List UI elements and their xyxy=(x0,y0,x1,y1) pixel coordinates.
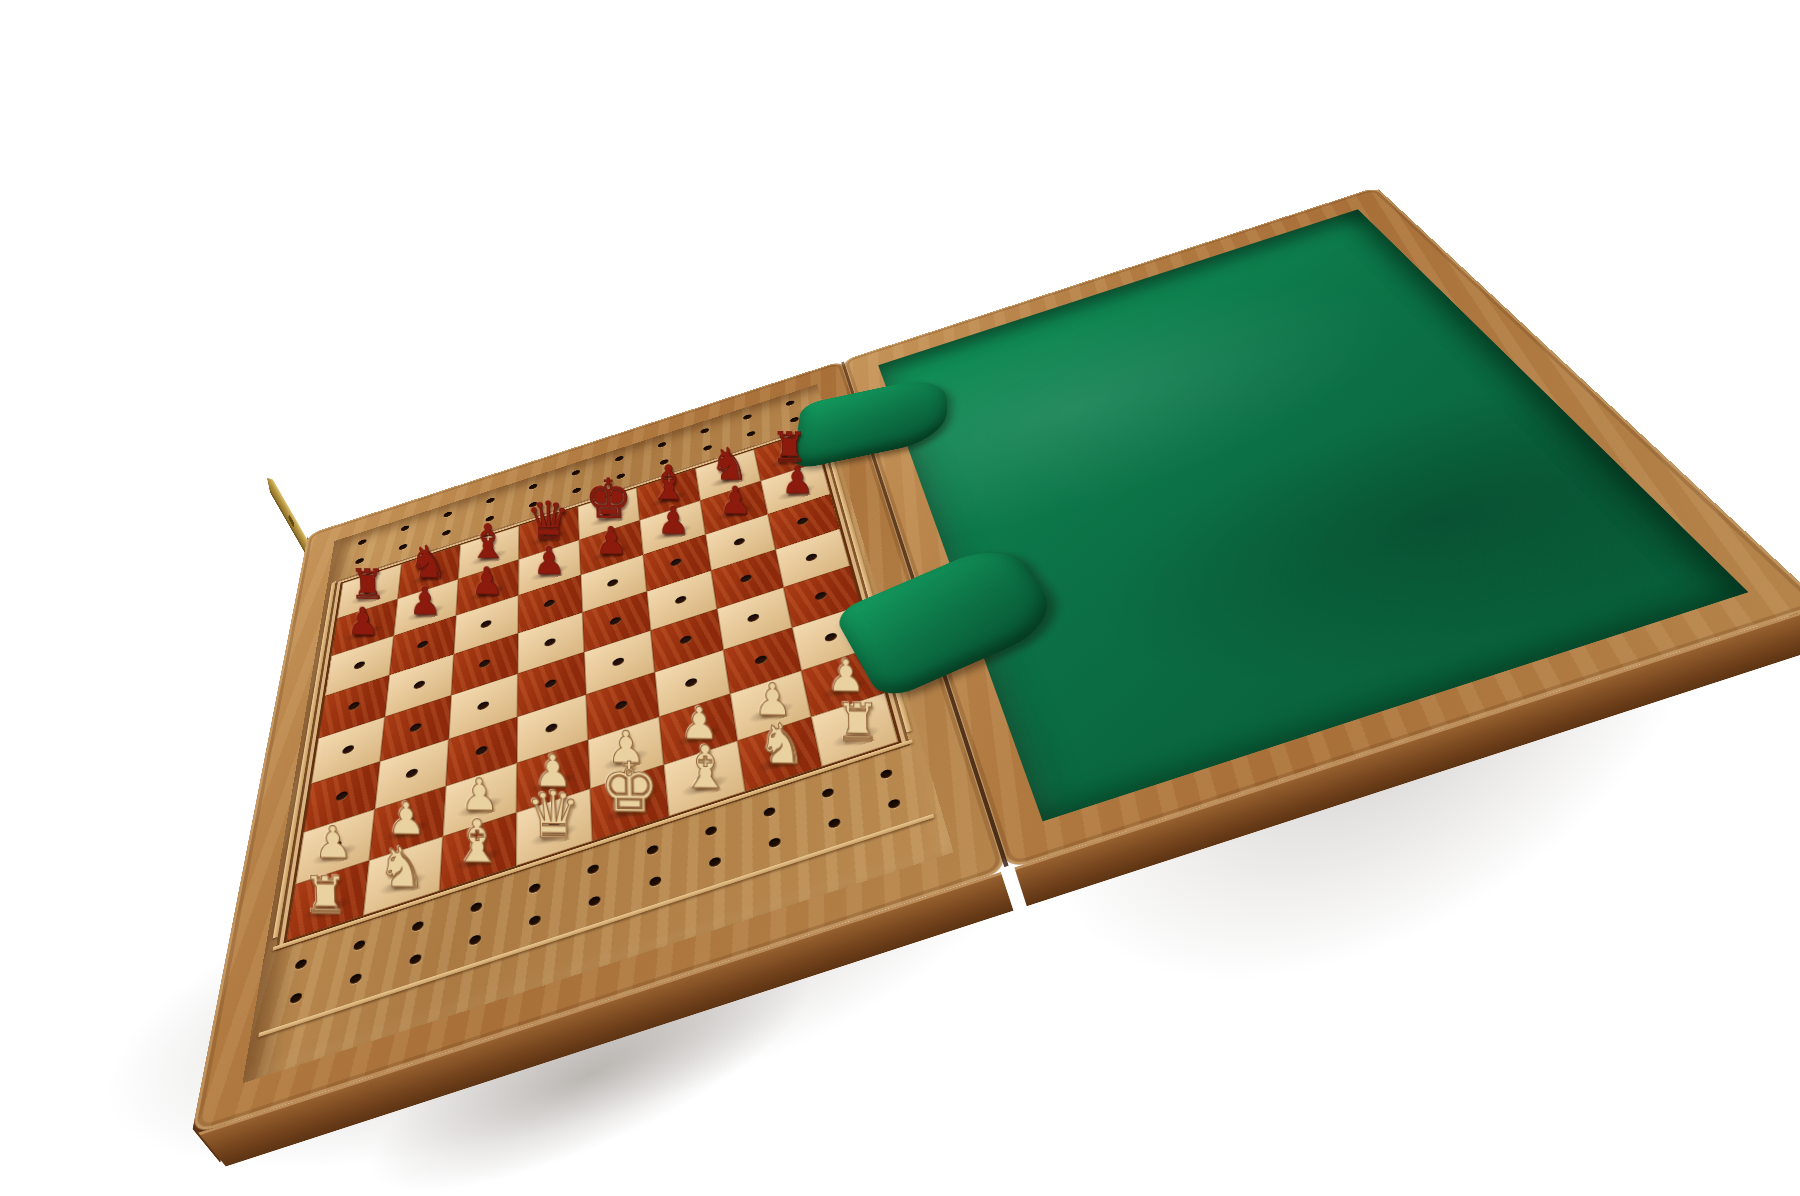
storage-peg-hole xyxy=(705,825,717,837)
piece-stand: ♟ xyxy=(701,443,768,520)
piece-red-pawn-e7[interactable]: ♟ xyxy=(595,524,628,559)
peg-hole xyxy=(680,635,692,646)
storage-peg-hole xyxy=(529,914,541,926)
peg-hole xyxy=(797,517,809,527)
peg-hole xyxy=(481,619,492,629)
piece-red-pawn-g7[interactable]: ♟ xyxy=(719,484,752,519)
piece-red-pawn-h7[interactable]: ♟ xyxy=(781,464,814,499)
piece-red-pawn-c7[interactable]: ♟ xyxy=(470,565,503,600)
piece-stand: ♞ xyxy=(360,802,443,895)
peg-hole xyxy=(342,744,355,755)
storage-peg-hole xyxy=(353,939,365,951)
square-h6[interactable] xyxy=(768,494,840,550)
storage-peg-hole xyxy=(880,768,893,779)
peg-hole xyxy=(747,613,760,624)
storage-peg-hole xyxy=(589,895,601,907)
peg-hole xyxy=(805,552,818,562)
storage-peg-hole xyxy=(290,992,303,1005)
square-h5[interactable] xyxy=(775,529,849,588)
storage-peg-hole xyxy=(588,863,600,875)
piece-white-bishop-c1[interactable]: ♝ xyxy=(451,815,504,870)
piece-stand: ♝ xyxy=(664,703,746,796)
piece-stand: ♟ xyxy=(329,564,397,640)
peg-hole xyxy=(610,616,622,626)
piece-stand: ♚ xyxy=(588,728,670,821)
peg-hole xyxy=(670,558,682,568)
piece-white-rook-a1[interactable]: ♜ xyxy=(302,870,349,919)
storage-peg-hole xyxy=(646,844,658,856)
storage-peg-hole xyxy=(412,920,424,932)
peg-hole xyxy=(545,637,556,647)
tray-field: ♜♞♝♛♚♝♞♜♟♟♟♟♟♟♟♟♟♟♟♟♟♟♟♟♜♞♝♛♚♝♞♜ xyxy=(242,384,953,1083)
piece-stand: ♟ xyxy=(515,503,582,579)
piece-stand: ♟ xyxy=(639,463,706,540)
storage-peg-hole xyxy=(410,953,422,966)
lid-green-velvet-lining xyxy=(878,209,1749,821)
piece-stand: ♜ xyxy=(816,653,898,746)
peg-hole xyxy=(733,537,745,547)
peg-hole xyxy=(544,599,555,609)
piece-stand: ♟ xyxy=(577,483,644,560)
piece-white-knight-b1[interactable]: ♞ xyxy=(377,843,427,895)
piece-stand: ♟ xyxy=(453,524,520,600)
storage-peg-hole xyxy=(708,856,721,868)
peg-hole xyxy=(740,574,752,584)
piece-white-rook-h1[interactable]: ♜ xyxy=(835,697,881,746)
piece-white-king-e1[interactable]: ♚ xyxy=(599,756,660,820)
piece-red-pawn-f7[interactable]: ♟ xyxy=(657,504,690,539)
piece-red-pawn-d7[interactable]: ♟ xyxy=(532,544,565,579)
scene-rotation-wrapper: ♜♞♝♛♚♝♞♜♟♟♟♟♟♟♟♟♟♟♟♟♟♟♟♟♜♞♝♛♚♝♞♜ xyxy=(0,0,1800,1196)
peg-hole xyxy=(417,640,428,650)
peg-hole xyxy=(410,722,422,733)
piece-stand: ♞ xyxy=(740,678,822,771)
storage-peg-hole xyxy=(768,837,781,849)
storage-peg-hole xyxy=(529,882,540,894)
peg-hole xyxy=(354,660,366,670)
storage-peg-hole xyxy=(828,817,841,829)
open-box-plane: ♜♞♝♛♚♝♞♜♟♟♟♟♟♟♟♟♟♟♟♟♟♟♟♟♜♞♝♛♚♝♞♜ xyxy=(191,187,1800,1135)
piece-stand: ♟ xyxy=(764,423,831,500)
peg-hole xyxy=(414,680,426,691)
storage-peg-hole xyxy=(350,972,363,985)
storage-peg-hole xyxy=(470,934,482,946)
piece-red-pawn-b7[interactable]: ♟ xyxy=(408,585,441,620)
piece-stand: ♜ xyxy=(283,826,366,919)
piece-white-queen-d1[interactable]: ♛ xyxy=(525,785,582,845)
peg-hole xyxy=(348,701,360,712)
piece-stand: ♟ xyxy=(391,544,459,620)
peg-hole xyxy=(545,678,557,689)
storage-peg-hole xyxy=(471,901,483,913)
peg-hole xyxy=(477,700,489,711)
photo-canvas: { "game": "chess", "set_description": "w… xyxy=(0,0,1800,1196)
piece-stand: ♛ xyxy=(512,752,594,845)
storage-peg-hole xyxy=(649,875,661,887)
square-g5[interactable] xyxy=(711,550,783,609)
piece-white-knight-g1[interactable]: ♞ xyxy=(757,719,806,771)
peg-hole xyxy=(814,591,827,602)
piece-white-bishop-f1[interactable]: ♝ xyxy=(679,741,731,796)
storage-peg-hole xyxy=(763,806,776,818)
storage-peg-hole xyxy=(295,958,308,970)
peg-hole xyxy=(607,578,618,588)
piece-stand: ♝ xyxy=(436,777,519,870)
storage-peg-hole xyxy=(821,787,834,798)
piece-red-pawn-a7[interactable]: ♟ xyxy=(346,605,379,640)
lid-half xyxy=(842,187,1800,870)
peg-hole xyxy=(479,658,490,669)
peg-hole xyxy=(675,595,687,605)
peg-hole xyxy=(612,656,624,667)
brass-clasp xyxy=(265,471,317,571)
storage-peg-hole xyxy=(887,798,901,810)
